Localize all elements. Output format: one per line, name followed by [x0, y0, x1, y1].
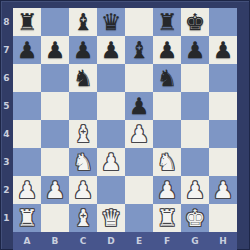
square-f8[interactable]: ♜: [153, 8, 181, 36]
piece-white-queen: ♛: [101, 204, 122, 232]
file-label-h: H: [209, 232, 237, 250]
square-f1[interactable]: ♜: [153, 204, 181, 232]
square-e1[interactable]: [125, 204, 153, 232]
square-g7[interactable]: ♟: [181, 36, 209, 64]
piece-white-knight: ♞: [73, 148, 94, 176]
piece-black-rook: ♜: [157, 8, 178, 36]
square-d8[interactable]: ♛: [97, 8, 125, 36]
piece-white-pawn: ♟: [73, 176, 94, 204]
piece-black-rook: ♜: [17, 8, 38, 36]
square-d7[interactable]: ♟: [97, 36, 125, 64]
piece-black-pawn: ♟: [45, 36, 66, 64]
piece-black-knight: ♞: [157, 64, 178, 92]
chess-board-frame: 87654321 ♜♝♛♜♚♟♟♟♟♝♟♟♟♞♞♟♝♟♞♟♞♟♟♟♟♟♟♜♝♛♜…: [0, 0, 250, 250]
square-a6[interactable]: [13, 64, 41, 92]
square-b5[interactable]: [41, 92, 69, 120]
square-b3[interactable]: [41, 148, 69, 176]
piece-black-pawn: ♟: [73, 36, 94, 64]
square-e5[interactable]: ♟: [125, 92, 153, 120]
file-label-g: G: [181, 232, 209, 250]
square-g2[interactable]: ♟: [181, 176, 209, 204]
square-a7[interactable]: ♟: [13, 36, 41, 64]
rank-label-7: 7: [0, 36, 13, 64]
piece-white-pawn: ♟: [101, 148, 122, 176]
square-d5[interactable]: [97, 92, 125, 120]
square-b2[interactable]: ♟: [41, 176, 69, 204]
piece-black-knight: ♞: [73, 64, 94, 92]
square-f7[interactable]: ♟: [153, 36, 181, 64]
square-b4[interactable]: [41, 120, 69, 148]
square-b8[interactable]: [41, 8, 69, 36]
square-e8[interactable]: [125, 8, 153, 36]
piece-white-pawn: ♟: [45, 176, 66, 204]
square-a3[interactable]: [13, 148, 41, 176]
piece-white-pawn: ♟: [185, 176, 206, 204]
square-f2[interactable]: ♟: [153, 176, 181, 204]
square-c6[interactable]: ♞: [69, 64, 97, 92]
rank-labels: 87654321: [0, 8, 13, 232]
piece-black-queen: ♛: [101, 8, 122, 36]
square-c5[interactable]: [69, 92, 97, 120]
square-c8[interactable]: ♝: [69, 8, 97, 36]
piece-white-rook: ♜: [157, 204, 178, 232]
square-g5[interactable]: [181, 92, 209, 120]
square-f4[interactable]: [153, 120, 181, 148]
rank-label-8: 8: [0, 8, 13, 36]
square-a5[interactable]: [13, 92, 41, 120]
piece-white-pawn: ♟: [213, 176, 234, 204]
square-a8[interactable]: ♜: [13, 8, 41, 36]
piece-white-pawn: ♟: [17, 176, 38, 204]
square-d3[interactable]: ♟: [97, 148, 125, 176]
square-f5[interactable]: [153, 92, 181, 120]
rank-label-4: 4: [0, 120, 13, 148]
square-d1[interactable]: ♛: [97, 204, 125, 232]
square-e2[interactable]: [125, 176, 153, 204]
file-labels: ABCDEFGH: [13, 232, 237, 250]
piece-black-pawn: ♟: [213, 36, 234, 64]
square-h4[interactable]: [209, 120, 237, 148]
square-h2[interactable]: ♟: [209, 176, 237, 204]
square-c7[interactable]: ♟: [69, 36, 97, 64]
square-a2[interactable]: ♟: [13, 176, 41, 204]
file-label-e: E: [125, 232, 153, 250]
square-c1[interactable]: ♝: [69, 204, 97, 232]
square-c2[interactable]: ♟: [69, 176, 97, 204]
square-h6[interactable]: [209, 64, 237, 92]
square-h7[interactable]: ♟: [209, 36, 237, 64]
piece-white-knight: ♞: [157, 148, 178, 176]
rank-label-5: 5: [0, 92, 13, 120]
square-c4[interactable]: ♝: [69, 120, 97, 148]
piece-white-pawn: ♟: [157, 176, 178, 204]
square-g3[interactable]: [181, 148, 209, 176]
square-g1[interactable]: ♚: [181, 204, 209, 232]
square-e7[interactable]: ♝: [125, 36, 153, 64]
square-b6[interactable]: [41, 64, 69, 92]
file-label-b: B: [41, 232, 69, 250]
file-label-f: F: [153, 232, 181, 250]
square-f3[interactable]: ♞: [153, 148, 181, 176]
square-g4[interactable]: [181, 120, 209, 148]
square-h3[interactable]: [209, 148, 237, 176]
square-a1[interactable]: ♜: [13, 204, 41, 232]
square-g8[interactable]: ♚: [181, 8, 209, 36]
square-b1[interactable]: [41, 204, 69, 232]
square-e6[interactable]: [125, 64, 153, 92]
piece-black-pawn: ♟: [101, 36, 122, 64]
square-e4[interactable]: ♟: [125, 120, 153, 148]
piece-black-bishop: ♝: [73, 8, 94, 36]
piece-black-pawn: ♟: [185, 36, 206, 64]
rank-label-1: 1: [0, 204, 13, 232]
square-a4[interactable]: [13, 120, 41, 148]
square-f6[interactable]: ♞: [153, 64, 181, 92]
square-g6[interactable]: [181, 64, 209, 92]
rank-label-3: 3: [0, 148, 13, 176]
piece-black-pawn: ♟: [157, 36, 178, 64]
piece-black-pawn: ♟: [17, 36, 38, 64]
square-d4[interactable]: [97, 120, 125, 148]
piece-white-bishop: ♝: [73, 120, 94, 148]
piece-white-rook: ♜: [17, 204, 38, 232]
file-label-c: C: [69, 232, 97, 250]
chess-board: ♜♝♛♜♚♟♟♟♟♝♟♟♟♞♞♟♝♟♞♟♞♟♟♟♟♟♟♜♝♛♜♚: [13, 8, 237, 232]
piece-white-king: ♚: [185, 204, 206, 232]
piece-black-king: ♚: [185, 8, 206, 36]
square-d2[interactable]: [97, 176, 125, 204]
square-d6[interactable]: [97, 64, 125, 92]
rank-label-2: 2: [0, 176, 13, 204]
square-h8[interactable]: [209, 8, 237, 36]
square-h1[interactable]: [209, 204, 237, 232]
piece-black-bishop: ♝: [129, 36, 150, 64]
file-label-d: D: [97, 232, 125, 250]
square-h5[interactable]: [209, 92, 237, 120]
piece-black-pawn: ♟: [129, 92, 150, 120]
piece-white-pawn: ♟: [129, 120, 150, 148]
file-label-a: A: [13, 232, 41, 250]
square-c3[interactable]: ♞: [69, 148, 97, 176]
square-b7[interactable]: ♟: [41, 36, 69, 64]
piece-white-bishop: ♝: [73, 204, 94, 232]
rank-label-6: 6: [0, 64, 13, 92]
square-e3[interactable]: [125, 148, 153, 176]
